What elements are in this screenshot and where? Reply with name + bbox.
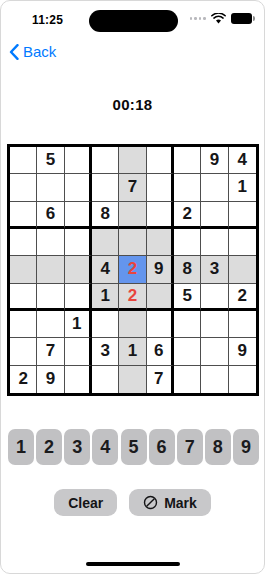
sudoku-cell-r3c2[interactable]: 6 <box>37 202 64 229</box>
sudoku-cell-r4c5[interactable] <box>119 229 146 256</box>
sudoku-cell-r1c6[interactable] <box>147 147 174 174</box>
sudoku-cell-r7c6[interactable] <box>147 311 174 338</box>
sudoku-cell-r4c7[interactable] <box>174 229 201 256</box>
status-bar: 11:25 <box>1 9 264 33</box>
sudoku-cell-r6c4[interactable]: 1 <box>92 284 119 311</box>
numpad-button-3[interactable]: 3 <box>64 429 90 465</box>
sudoku-cell-r6c6[interactable] <box>147 284 174 311</box>
sudoku-cell-r3c4[interactable]: 8 <box>92 202 119 229</box>
sudoku-cell-r7c3[interactable]: 1 <box>65 311 92 338</box>
sudoku-cell-r4c4[interactable] <box>92 229 119 256</box>
phone-screen: 11:25 Back 00:18 59471682429831252173169… <box>0 0 265 574</box>
sudoku-cell-r3c8[interactable] <box>201 202 228 229</box>
sudoku-cell-r3c1[interactable] <box>10 202 37 229</box>
sudoku-cell-r2c7[interactable] <box>174 174 201 201</box>
sudoku-cell-r1c5[interactable] <box>119 147 146 174</box>
sudoku-cell-r9c3[interactable] <box>65 366 92 393</box>
sudoku-cell-r9c2[interactable]: 9 <box>37 366 64 393</box>
sudoku-cell-r1c8[interactable]: 9 <box>201 147 228 174</box>
sudoku-cell-r1c4[interactable] <box>92 147 119 174</box>
sudoku-cell-r5c3[interactable] <box>65 256 92 283</box>
sudoku-cell-r8c7[interactable] <box>174 338 201 365</box>
sudoku-cell-r6c2[interactable] <box>37 284 64 311</box>
numpad-button-1[interactable]: 1 <box>8 429 34 465</box>
sudoku-cell-r1c3[interactable] <box>65 147 92 174</box>
sudoku-cell-r1c7[interactable] <box>174 147 201 174</box>
sudoku-cell-r3c7[interactable]: 2 <box>174 202 201 229</box>
sudoku-cell-r4c9[interactable] <box>229 229 256 256</box>
clear-label: Clear <box>68 495 103 511</box>
sudoku-cell-r5c6[interactable]: 9 <box>147 256 174 283</box>
wifi-icon <box>211 13 226 24</box>
sudoku-cell-r8c4[interactable]: 3 <box>92 338 119 365</box>
mark-button[interactable]: Mark <box>129 489 211 516</box>
sudoku-cell-r5c7[interactable]: 8 <box>174 256 201 283</box>
sudoku-cell-r5c1[interactable] <box>10 256 37 283</box>
sudoku-cell-r5c5[interactable]: 2 <box>119 256 146 283</box>
home-indicator[interactable] <box>86 562 180 567</box>
sudoku-cell-r6c1[interactable] <box>10 284 37 311</box>
mark-label: Mark <box>164 495 197 511</box>
battery-icon <box>231 13 252 24</box>
sudoku-cell-r7c8[interactable] <box>201 311 228 338</box>
sudoku-cell-r9c6[interactable]: 7 <box>147 366 174 393</box>
sudoku-cell-r3c5[interactable] <box>119 202 146 229</box>
sudoku-cell-r5c2[interactable] <box>37 256 64 283</box>
sudoku-grid: 59471682429831252173169297 <box>7 144 259 396</box>
sudoku-cell-r6c5[interactable]: 2 <box>119 284 146 311</box>
sudoku-cell-r1c2[interactable]: 5 <box>37 147 64 174</box>
cellular-signal-icon <box>190 17 206 20</box>
game-timer: 00:18 <box>1 96 264 113</box>
sudoku-cell-r6c3[interactable] <box>65 284 92 311</box>
numpad-button-4[interactable]: 4 <box>92 429 118 465</box>
back-button[interactable]: Back <box>9 43 56 60</box>
sudoku-cell-r4c3[interactable] <box>65 229 92 256</box>
sudoku-cell-r4c2[interactable] <box>37 229 64 256</box>
sudoku-cell-r8c6[interactable]: 6 <box>147 338 174 365</box>
sudoku-cell-r1c9[interactable]: 4 <box>229 147 256 174</box>
sudoku-cell-r3c6[interactable] <box>147 202 174 229</box>
sudoku-cell-r8c5[interactable]: 1 <box>119 338 146 365</box>
numpad-button-2[interactable]: 2 <box>36 429 62 465</box>
sudoku-cell-r2c3[interactable] <box>65 174 92 201</box>
sudoku-cell-r3c3[interactable] <box>65 202 92 229</box>
sudoku-cell-r2c2[interactable] <box>37 174 64 201</box>
sudoku-cell-r2c8[interactable] <box>201 174 228 201</box>
sudoku-cell-r9c8[interactable] <box>201 366 228 393</box>
sudoku-cell-r8c3[interactable] <box>65 338 92 365</box>
status-time: 11:25 <box>32 13 63 27</box>
sudoku-cell-r8c9[interactable]: 9 <box>229 338 256 365</box>
sudoku-cell-r6c9[interactable]: 2 <box>229 284 256 311</box>
slash-circle-icon <box>143 495 158 510</box>
sudoku-cell-r4c1[interactable] <box>10 229 37 256</box>
sudoku-cell-r8c1[interactable] <box>10 338 37 365</box>
clear-button[interactable]: Clear <box>54 489 117 516</box>
sudoku-cell-r2c1[interactable] <box>10 174 37 201</box>
numpad-button-9[interactable]: 9 <box>233 429 259 465</box>
sudoku-cell-r6c8[interactable] <box>201 284 228 311</box>
sudoku-cell-r4c8[interactable] <box>201 229 228 256</box>
sudoku-cell-r2c9[interactable]: 1 <box>229 174 256 201</box>
number-pad: 123456789 <box>8 429 259 465</box>
sudoku-cell-r6c7[interactable]: 5 <box>174 284 201 311</box>
controls-row: Clear Mark <box>1 489 264 516</box>
dynamic-island <box>89 10 178 32</box>
sudoku-cell-r7c5[interactable] <box>119 311 146 338</box>
numpad-button-7[interactable]: 7 <box>177 429 203 465</box>
sudoku-cell-r7c2[interactable] <box>37 311 64 338</box>
sudoku-cell-r9c7[interactable] <box>174 366 201 393</box>
sudoku-cell-r9c4[interactable] <box>92 366 119 393</box>
sudoku-cell-r3c9[interactable] <box>229 202 256 229</box>
sudoku-cell-r7c9[interactable] <box>229 311 256 338</box>
sudoku-cell-r5c4[interactable]: 4 <box>92 256 119 283</box>
sudoku-cell-r9c5[interactable] <box>119 366 146 393</box>
numpad-button-6[interactable]: 6 <box>149 429 175 465</box>
sudoku-cell-r8c8[interactable] <box>201 338 228 365</box>
numpad-button-8[interactable]: 8 <box>205 429 231 465</box>
sudoku-cell-r7c7[interactable] <box>174 311 201 338</box>
sudoku-cell-r5c9[interactable] <box>229 256 256 283</box>
sudoku-cell-r9c1[interactable]: 2 <box>10 366 37 393</box>
sudoku-cell-r5c8[interactable]: 3 <box>201 256 228 283</box>
sudoku-cell-r1c1[interactable] <box>10 147 37 174</box>
back-label: Back <box>23 43 56 60</box>
chevron-left-icon <box>9 44 19 60</box>
sudoku-cell-r2c4[interactable] <box>92 174 119 201</box>
sudoku-cell-r2c6[interactable] <box>147 174 174 201</box>
sudoku-cell-r7c1[interactable] <box>10 311 37 338</box>
sudoku-cell-r9c9[interactable] <box>229 366 256 393</box>
sudoku-cell-r4c6[interactable] <box>147 229 174 256</box>
sudoku-cell-r7c4[interactable] <box>92 311 119 338</box>
sudoku-cell-r2c5[interactable]: 7 <box>119 174 146 201</box>
numpad-button-5[interactable]: 5 <box>121 429 147 465</box>
sudoku-cell-r8c2[interactable]: 7 <box>37 338 64 365</box>
